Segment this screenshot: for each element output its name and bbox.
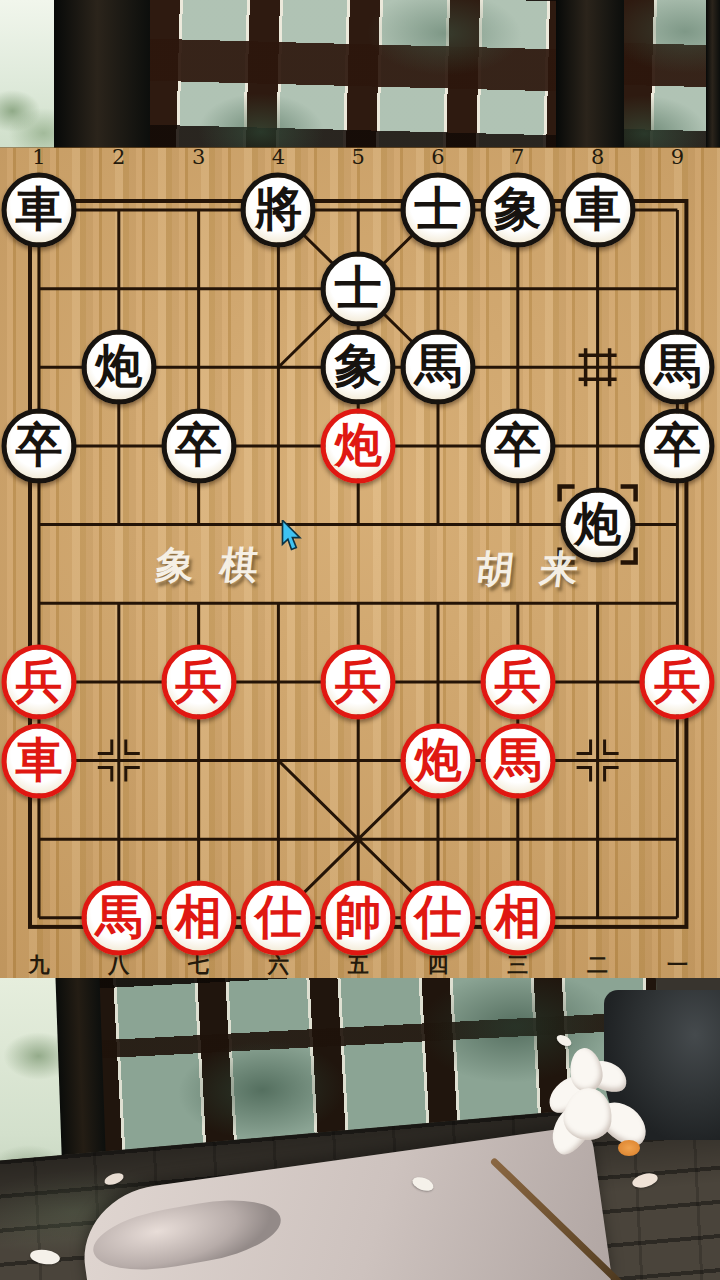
file-label-top-4: 4 [263,145,293,169]
piece-black-general[interactable]: 將 [241,173,316,248]
piece-glyph: 象 [494,185,541,232]
piece-glyph: 兵 [335,656,382,703]
piece-glyph: 兵 [175,656,222,703]
app-screen: 123456789九八七六五四三二一 象棋 胡来 車將士象車士炮象馬馬卒卒卒卒炮… [0,0,720,1280]
piece-black-horse-right[interactable]: 馬 [640,330,715,405]
piece-glyph: 兵 [16,656,63,703]
window-frame [556,0,624,148]
file-label-top-7: 7 [503,145,533,169]
piece-glyph: 卒 [16,420,63,467]
file-label-top-8: 8 [583,145,613,169]
magnolia-flower [544,1048,664,1178]
piece-red-soldier-5[interactable]: 兵 [640,644,715,719]
piece-glyph: 炮 [415,735,462,782]
piece-black-cannon-right[interactable]: 炮 [560,487,635,562]
piece-red-cannon-right[interactable]: 炮 [401,723,476,798]
piece-glyph: 炮 [335,420,382,467]
outdoor-light-strip [0,0,62,148]
piece-glyph: 相 [494,892,541,939]
piece-glyph: 士 [415,185,462,232]
piece-glyph: 車 [574,185,621,232]
piece-glyph: 車 [16,185,63,232]
window-frame [706,0,720,148]
piece-glyph: 卒 [654,420,701,467]
file-label-top-3: 3 [184,145,214,169]
piece-black-chariot-left[interactable]: 車 [2,173,77,248]
file-label-bottom-二: 二 [583,951,613,979]
piece-black-soldier-3[interactable]: 卒 [480,408,555,483]
piece-glyph: 將 [255,185,302,232]
piece-red-soldier-4[interactable]: 兵 [480,644,555,719]
piece-black-horse-left[interactable]: 馬 [401,330,476,405]
piece-red-cannon-advanced[interactable]: 炮 [321,408,396,483]
piece-red-chariot-left[interactable]: 車 [2,723,77,798]
piece-red-horse-left[interactable]: 馬 [81,880,156,955]
xiangqi-board[interactable]: 123456789九八七六五四三二一 象棋 胡来 車將士象車士炮象馬馬卒卒卒卒炮… [0,148,720,978]
piece-black-soldier-1[interactable]: 卒 [2,408,77,483]
piece-red-advisor-right[interactable]: 仕 [401,880,476,955]
piece-red-horse-right[interactable]: 馬 [480,723,555,798]
piece-glyph: 兵 [494,656,541,703]
piece-red-soldier-2[interactable]: 兵 [161,644,236,719]
piece-glyph: 炮 [95,342,142,389]
piece-glyph: 馬 [95,892,142,939]
window-lattice [146,0,560,148]
piece-glyph: 相 [175,892,222,939]
background-scene-bottom [0,978,720,1280]
piece-black-elephant-left[interactable]: 象 [321,330,396,405]
piece-red-elephant-right[interactable]: 相 [480,880,555,955]
file-label-top-2: 2 [104,145,134,169]
piece-glyph: 馬 [654,342,701,389]
piece-black-advisor-right[interactable]: 士 [401,173,476,248]
piece-red-advisor-left[interactable]: 仕 [241,880,316,955]
piece-black-cannon-left[interactable]: 炮 [81,330,156,405]
piece-glyph: 卒 [494,420,541,467]
piece-black-soldier-2[interactable]: 卒 [161,408,236,483]
file-label-top-1: 1 [24,145,54,169]
piece-glyph: 車 [16,735,63,782]
piece-red-elephant-left[interactable]: 相 [161,880,236,955]
piece-glyph: 馬 [415,342,462,389]
flower-stamen [618,1140,640,1156]
piece-glyph: 象 [335,342,382,389]
piece-glyph: 帥 [335,892,382,939]
window-lattice [620,0,710,148]
piece-glyph: 馬 [494,735,541,782]
piece-glyph: 兵 [654,656,701,703]
piece-red-soldier-1[interactable]: 兵 [2,644,77,719]
file-label-top-9: 9 [662,145,692,169]
file-label-bottom-九: 九 [24,951,54,979]
file-label-bottom-一: 一 [662,951,692,979]
piece-glyph: 仕 [255,892,302,939]
piece-glyph: 仕 [415,892,462,939]
piece-black-chariot-right[interactable]: 車 [560,173,635,248]
river-text-left: 象棋 [154,546,286,584]
piece-red-general[interactable]: 帥 [321,880,396,955]
piece-black-soldier-4[interactable]: 卒 [640,408,715,483]
piece-red-soldier-3[interactable]: 兵 [321,644,396,719]
window-frame [54,0,150,148]
background-window-top [0,0,720,148]
piece-black-advisor-left[interactable]: 士 [321,251,396,326]
piece-glyph: 炮 [574,499,621,546]
file-label-top-5: 5 [343,145,373,169]
file-label-top-6: 6 [423,145,453,169]
piece-glyph: 卒 [175,420,222,467]
piece-glyph: 士 [335,263,382,310]
piece-black-elephant-right[interactable]: 象 [480,173,555,248]
